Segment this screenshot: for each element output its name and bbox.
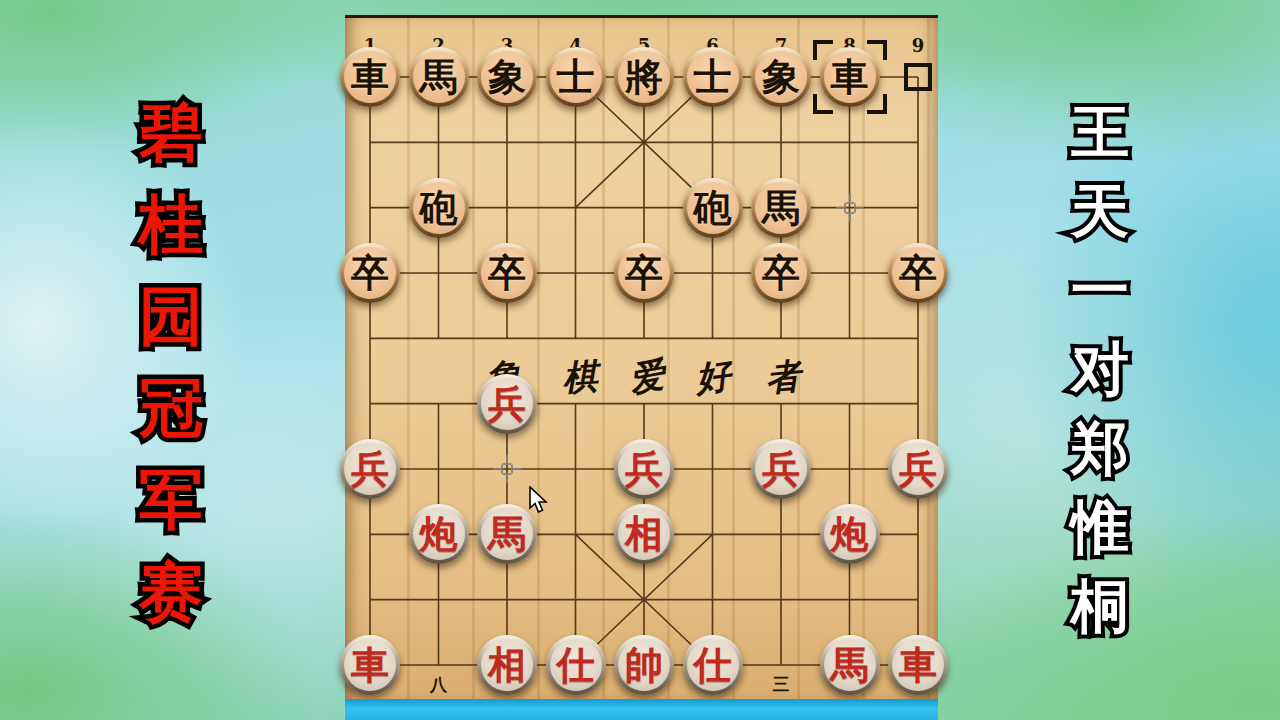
piece-glyph: 炮 bbox=[420, 515, 458, 553]
piece-red-兵[interactable]: 兵 bbox=[614, 439, 674, 499]
piece-glyph: 車 bbox=[351, 58, 389, 96]
piece-glyph: 卒 bbox=[625, 254, 663, 292]
piece-glyph: 炮 bbox=[831, 515, 869, 553]
piece-glyph: 車 bbox=[899, 646, 937, 684]
piece-red-兵[interactable]: 兵 bbox=[477, 374, 537, 434]
left-banner-event-title: 碧桂园冠军赛 bbox=[128, 86, 214, 638]
piece-black-卒[interactable]: 卒 bbox=[614, 243, 674, 303]
piece-red-炮[interactable]: 炮 bbox=[409, 504, 469, 564]
piece-black-砲[interactable]: 砲 bbox=[683, 178, 743, 238]
banner-char: 天 bbox=[1071, 171, 1129, 250]
piece-black-卒[interactable]: 卒 bbox=[340, 243, 400, 303]
piece-glyph: 砲 bbox=[420, 189, 458, 227]
piece-black-馬[interactable]: 馬 bbox=[409, 47, 469, 107]
piece-red-帥[interactable]: 帥 bbox=[614, 635, 674, 695]
piece-red-馬[interactable]: 馬 bbox=[820, 635, 880, 695]
piece-red-車[interactable]: 車 bbox=[888, 635, 948, 695]
move-origin-crosshair bbox=[490, 452, 524, 486]
piece-glyph: 象 bbox=[488, 58, 526, 96]
piece-black-士[interactable]: 士 bbox=[546, 47, 606, 107]
file-label-top: 9 bbox=[901, 36, 935, 56]
piece-black-砲[interactable]: 砲 bbox=[409, 178, 469, 238]
piece-black-象[interactable]: 象 bbox=[477, 47, 537, 107]
river-inscription-char: 好 bbox=[687, 351, 739, 404]
banner-char: 赛 bbox=[139, 546, 203, 638]
banner-char: 桐 bbox=[1071, 566, 1129, 645]
piece-black-卒[interactable]: 卒 bbox=[888, 243, 948, 303]
banner-char: 对 bbox=[1071, 329, 1129, 408]
piece-glyph: 卒 bbox=[899, 254, 937, 292]
piece-glyph: 相 bbox=[488, 646, 526, 684]
river-inscription-char: 棋 bbox=[555, 352, 604, 402]
banner-char: 惟 bbox=[1071, 487, 1129, 566]
piece-red-車[interactable]: 車 bbox=[340, 635, 400, 695]
piece-red-兵[interactable]: 兵 bbox=[888, 439, 948, 499]
piece-glyph: 馬 bbox=[488, 515, 526, 553]
piece-black-車[interactable]: 車 bbox=[340, 47, 400, 107]
piece-black-卒[interactable]: 卒 bbox=[751, 243, 811, 303]
piece-glyph: 兵 bbox=[899, 450, 937, 488]
piece-glyph: 砲 bbox=[694, 189, 732, 227]
banner-char: 碧 bbox=[139, 86, 203, 178]
piece-glyph: 仕 bbox=[694, 646, 732, 684]
piece-glyph: 兵 bbox=[762, 450, 800, 488]
piece-glyph: 士 bbox=[694, 58, 732, 96]
piece-glyph: 馬 bbox=[831, 646, 869, 684]
piece-red-相[interactable]: 相 bbox=[477, 635, 537, 695]
xiangqi-board[interactable]: 123456789九八七六五四三二一象棋爱好者車馬象士將士象車砲砲馬卒卒卒卒卒兵… bbox=[345, 15, 938, 704]
piece-glyph: 兵 bbox=[488, 385, 526, 423]
piece-black-馬[interactable]: 馬 bbox=[751, 178, 811, 238]
river-inscription-char: 者 bbox=[758, 352, 808, 403]
move-origin-crosshair bbox=[833, 191, 867, 225]
file-label-bottom: 三 bbox=[764, 674, 798, 694]
piece-red-兵[interactable]: 兵 bbox=[751, 439, 811, 499]
banner-char: 冠 bbox=[139, 362, 203, 454]
piece-red-兵[interactable]: 兵 bbox=[340, 439, 400, 499]
piece-glyph: 卒 bbox=[762, 254, 800, 292]
banner-char: 郑 bbox=[1071, 408, 1129, 487]
piece-glyph: 馬 bbox=[420, 58, 458, 96]
piece-black-將[interactable]: 將 bbox=[614, 47, 674, 107]
right-banner-players: 王天一对郑惟桐 bbox=[1056, 92, 1144, 645]
piece-glyph: 帥 bbox=[625, 646, 663, 684]
piece-black-車[interactable]: 車 bbox=[820, 47, 880, 107]
piece-red-仕[interactable]: 仕 bbox=[546, 635, 606, 695]
banner-char: 园 bbox=[139, 270, 203, 362]
banner-char: 一 bbox=[1071, 250, 1129, 329]
banner-char: 军 bbox=[139, 454, 203, 546]
piece-glyph: 兵 bbox=[351, 450, 389, 488]
piece-red-炮[interactable]: 炮 bbox=[820, 504, 880, 564]
piece-glyph: 將 bbox=[625, 58, 663, 96]
file-label-bottom: 八 bbox=[422, 674, 456, 694]
broadcast-frame: 123456789九八七六五四三二一象棋爱好者車馬象士將士象車砲砲馬卒卒卒卒卒兵… bbox=[0, 0, 1280, 720]
piece-glyph: 車 bbox=[831, 58, 869, 96]
piece-glyph: 象 bbox=[762, 58, 800, 96]
river-inscription-char: 爱 bbox=[620, 350, 673, 404]
banner-char: 王 bbox=[1071, 92, 1129, 171]
mouse-arrow-cursor bbox=[528, 486, 550, 520]
piece-red-仕[interactable]: 仕 bbox=[683, 635, 743, 695]
piece-black-卒[interactable]: 卒 bbox=[477, 243, 537, 303]
piece-glyph: 相 bbox=[625, 515, 663, 553]
piece-glyph: 兵 bbox=[625, 450, 663, 488]
piece-glyph: 卒 bbox=[351, 254, 389, 292]
banner-char: 桂 bbox=[139, 178, 203, 270]
piece-glyph: 士 bbox=[557, 58, 595, 96]
piece-black-象[interactable]: 象 bbox=[751, 47, 811, 107]
piece-glyph: 仕 bbox=[557, 646, 595, 684]
piece-black-士[interactable]: 士 bbox=[683, 47, 743, 107]
bottom-blue-strip bbox=[345, 699, 938, 720]
piece-red-相[interactable]: 相 bbox=[614, 504, 674, 564]
piece-glyph: 車 bbox=[351, 646, 389, 684]
last-move-origin-square bbox=[904, 63, 932, 91]
piece-glyph: 馬 bbox=[762, 189, 800, 227]
piece-glyph: 卒 bbox=[488, 254, 526, 292]
